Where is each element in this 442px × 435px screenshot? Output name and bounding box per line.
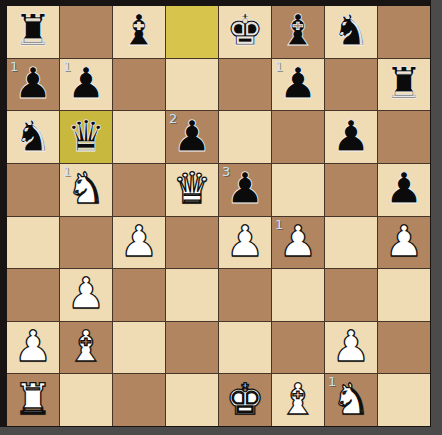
square-e8[interactable]: ♚ [219, 6, 271, 58]
square-c3[interactable] [113, 269, 165, 321]
square-e2[interactable] [219, 322, 271, 374]
square-b2[interactable]: ♝ [60, 322, 112, 374]
square-c6[interactable] [113, 111, 165, 163]
square-e3[interactable] [219, 269, 271, 321]
black-bishop-piece[interactable]: ♝ [279, 9, 318, 52]
white-pawn-piece[interactable]: ♟ [14, 325, 53, 368]
square-f8[interactable]: ♝ [272, 6, 324, 58]
square-g6[interactable]: ♟ [325, 111, 377, 163]
white-bishop-piece[interactable]: ♝ [279, 378, 318, 421]
square-g2[interactable]: ♟ [325, 322, 377, 374]
square-b5[interactable]: 1♞ [60, 164, 112, 216]
square-b4[interactable] [60, 217, 112, 269]
black-pawn-piece[interactable]: ♟ [332, 115, 371, 158]
black-knight-piece[interactable]: ♞ [332, 9, 371, 52]
chess-board: ♜♝♚♝♞1♟1♟1♟♜♞♛2♟♟1♞♛3♟♟♟♟1♟♟♟♟♝♟♜♚♝1♞ [7, 6, 430, 426]
white-king-piece[interactable]: ♚ [226, 378, 265, 421]
black-pawn-piece[interactable]: ♟ [279, 62, 318, 105]
square-h4[interactable]: ♟ [378, 217, 430, 269]
square-e4[interactable]: ♟ [219, 217, 271, 269]
square-d5[interactable]: ♛ [166, 164, 218, 216]
square-a7[interactable]: 1♟ [7, 59, 59, 111]
black-king-piece[interactable]: ♚ [226, 9, 265, 52]
square-d3[interactable] [166, 269, 218, 321]
square-d1[interactable] [166, 374, 218, 426]
square-e1[interactable]: ♚ [219, 374, 271, 426]
square-g7[interactable] [325, 59, 377, 111]
square-c7[interactable] [113, 59, 165, 111]
square-g3[interactable] [325, 269, 377, 321]
square-e7[interactable] [219, 59, 271, 111]
square-h7[interactable]: ♜ [378, 59, 430, 111]
square-d2[interactable] [166, 322, 218, 374]
square-c1[interactable] [113, 374, 165, 426]
square-e6[interactable] [219, 111, 271, 163]
square-f7[interactable]: 1♟ [272, 59, 324, 111]
app-background: ♜♝♚♝♞1♟1♟1♟♜♞♛2♟♟1♞♛3♟♟♟♟1♟♟♟♟♝♟♜♚♝1♞ [0, 0, 442, 435]
white-pawn-piece[interactable]: ♟ [332, 325, 371, 368]
square-c4[interactable]: ♟ [113, 217, 165, 269]
square-f6[interactable] [272, 111, 324, 163]
black-pawn-piece[interactable]: ♟ [14, 62, 53, 105]
black-queen-piece[interactable]: ♛ [67, 115, 106, 158]
black-rook-piece[interactable]: ♜ [385, 62, 424, 105]
square-b8[interactable] [60, 6, 112, 58]
square-d4[interactable] [166, 217, 218, 269]
square-h1[interactable] [378, 374, 430, 426]
square-c2[interactable] [113, 322, 165, 374]
white-pawn-piece[interactable]: ♟ [67, 272, 106, 315]
square-g8[interactable]: ♞ [325, 6, 377, 58]
square-a5[interactable] [7, 164, 59, 216]
white-rook-piece[interactable]: ♜ [14, 378, 53, 421]
black-bishop-piece[interactable]: ♝ [120, 9, 159, 52]
square-a4[interactable] [7, 217, 59, 269]
white-pawn-piece[interactable]: ♟ [226, 220, 265, 263]
square-h5[interactable]: ♟ [378, 164, 430, 216]
square-a1[interactable]: ♜ [7, 374, 59, 426]
black-pawn-piece[interactable]: ♟ [173, 115, 212, 158]
white-knight-piece[interactable]: ♞ [67, 167, 106, 210]
square-h2[interactable] [378, 322, 430, 374]
square-h3[interactable] [378, 269, 430, 321]
square-c5[interactable] [113, 164, 165, 216]
square-b3[interactable]: ♟ [60, 269, 112, 321]
white-bishop-piece[interactable]: ♝ [67, 325, 106, 368]
square-e5[interactable]: 3♟ [219, 164, 271, 216]
white-pawn-piece[interactable]: ♟ [279, 220, 318, 263]
square-f5[interactable] [272, 164, 324, 216]
square-f2[interactable] [272, 322, 324, 374]
white-pawn-piece[interactable]: ♟ [385, 220, 424, 263]
square-g5[interactable] [325, 164, 377, 216]
square-d7[interactable] [166, 59, 218, 111]
square-a6[interactable]: ♞ [7, 111, 59, 163]
square-b1[interactable] [60, 374, 112, 426]
square-b7[interactable]: 1♟ [60, 59, 112, 111]
black-pawn-piece[interactable]: ♟ [67, 62, 106, 105]
square-f3[interactable] [272, 269, 324, 321]
square-f1[interactable]: ♝ [272, 374, 324, 426]
square-h8[interactable] [378, 6, 430, 58]
square-h6[interactable] [378, 111, 430, 163]
black-rook-piece[interactable]: ♜ [14, 9, 53, 52]
white-queen-piece[interactable]: ♛ [173, 167, 212, 210]
square-d6[interactable]: 2♟ [166, 111, 218, 163]
square-b6[interactable]: ♛ [60, 111, 112, 163]
square-f4[interactable]: 1♟ [272, 217, 324, 269]
black-pawn-piece[interactable]: ♟ [226, 167, 265, 210]
square-a3[interactable] [7, 269, 59, 321]
square-d8[interactable] [166, 6, 218, 58]
white-pawn-piece[interactable]: ♟ [120, 220, 159, 263]
board-frame: ♜♝♚♝♞1♟1♟1♟♜♞♛2♟♟1♞♛3♟♟♟♟1♟♟♟♟♝♟♜♚♝1♞ [0, 0, 431, 427]
square-g1[interactable]: 1♞ [325, 374, 377, 426]
black-pawn-piece[interactable]: ♟ [385, 167, 424, 210]
black-knight-piece[interactable]: ♞ [14, 115, 53, 158]
white-knight-piece[interactable]: ♞ [332, 378, 371, 421]
square-g4[interactable] [325, 217, 377, 269]
square-c8[interactable]: ♝ [113, 6, 165, 58]
square-a8[interactable]: ♜ [7, 6, 59, 58]
square-a2[interactable]: ♟ [7, 322, 59, 374]
